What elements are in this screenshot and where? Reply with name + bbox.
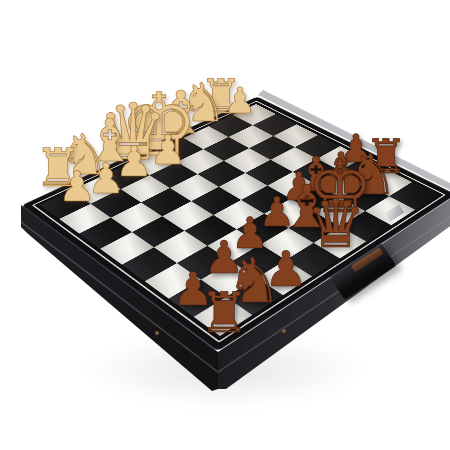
pieces-layer: ♜♟♞♝♚♛♝♟♟♜♞♟♟♜♝♟♞♟♟♚♝♟♛♟♟♟♞♟♜	[0, 0, 450, 450]
chess-set-photo: ♜♟♞♝♚♛♝♟♟♜♞♟♟♜♝♟♞♟♟♚♝♟♛♟♟♟♞♟♜	[0, 0, 450, 450]
piece-black-rook: ♜	[199, 285, 249, 341]
piece-white-pawn: ♟	[150, 130, 187, 171]
piece-white-pawn: ♟	[224, 83, 256, 119]
piece-white-pawn: ♟	[58, 166, 96, 208]
piece-black-queen: ♛	[306, 191, 366, 258]
